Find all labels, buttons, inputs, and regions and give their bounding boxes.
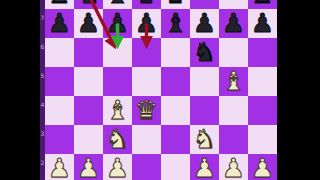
square-b2[interactable]: ♟ [74, 154, 103, 180]
piece-black-knight: ♞ [77, 0, 100, 9]
square-f6[interactable]: ♞ [190, 38, 219, 67]
square-c3[interactable]: ♞ [103, 125, 132, 154]
square-f8[interactable] [190, 0, 219, 9]
square-b3[interactable] [74, 125, 103, 154]
piece-white-pawn: ♟ [222, 154, 245, 180]
square-e2[interactable] [161, 154, 190, 180]
square-f3[interactable]: ♞ [190, 125, 219, 154]
square-g4[interactable] [219, 96, 248, 125]
piece-black-king: ♚ [164, 0, 187, 9]
piece-black-queen: ♛ [135, 0, 158, 9]
square-e8[interactable]: ♚ [161, 0, 190, 9]
square-g2[interactable]: ♟ [219, 154, 248, 180]
square-h8[interactable]: ♜ [248, 0, 277, 9]
piece-white-pawn: ♟ [106, 154, 129, 180]
square-e7[interactable]: ♝ [161, 9, 190, 38]
piece-black-rook: ♜ [251, 0, 274, 9]
piece-white-queen: ♛ [135, 96, 158, 125]
square-g3[interactable] [219, 125, 248, 154]
square-h3[interactable] [248, 125, 277, 154]
piece-black-pawn: ♟ [106, 9, 129, 38]
square-f2[interactable]: ♟ [190, 154, 219, 180]
piece-black-pawn: ♟ [48, 9, 71, 38]
square-h5[interactable] [248, 67, 277, 96]
square-c2[interactable]: ♟ [103, 154, 132, 180]
square-e6[interactable] [161, 38, 190, 67]
rank-label-3: 3 [40, 131, 45, 137]
piece-black-pawn: ♟ [222, 9, 245, 38]
square-d2[interactable] [132, 154, 161, 180]
rank-label-7: 7 [40, 15, 45, 21]
square-c6[interactable] [103, 38, 132, 67]
square-e3[interactable] [161, 125, 190, 154]
video-frame: 765432 ♜♞♝♛♚♜♟♟♟♟♝♟♟♟♞♝♝♛♞♞♟♟♟♟♟♟♜♚♜ [0, 0, 320, 180]
square-f5[interactable] [190, 67, 219, 96]
square-d3[interactable] [132, 125, 161, 154]
square-a8[interactable]: ♜ [45, 0, 74, 9]
square-h7[interactable]: ♟ [248, 9, 277, 38]
square-d7[interactable]: ♟ [132, 9, 161, 38]
rank-label-6: 6 [40, 44, 45, 50]
piece-black-rook: ♜ [48, 0, 71, 9]
square-c4[interactable]: ♝ [103, 96, 132, 125]
square-b8[interactable]: ♞ [74, 0, 103, 9]
square-c8[interactable]: ♝ [103, 0, 132, 9]
piece-white-bishop: ♝ [106, 96, 129, 125]
square-h6[interactable] [248, 38, 277, 67]
rank-coordinates: 765432 [40, 0, 45, 180]
square-b6[interactable] [74, 38, 103, 67]
square-a2[interactable]: ♟ [45, 154, 74, 180]
piece-black-bishop: ♝ [106, 0, 129, 9]
piece-black-pawn: ♟ [193, 9, 216, 38]
piece-white-pawn: ♟ [193, 154, 216, 180]
square-c7[interactable]: ♟ [103, 9, 132, 38]
square-d4[interactable]: ♛ [132, 96, 161, 125]
square-a3[interactable] [45, 125, 74, 154]
piece-white-pawn: ♟ [48, 154, 71, 180]
piece-black-knight: ♞ [193, 38, 216, 67]
square-b5[interactable] [74, 67, 103, 96]
square-g8[interactable] [219, 0, 248, 9]
chess-board: ♜♞♝♛♚♜♟♟♟♟♝♟♟♟♞♝♝♛♞♞♟♟♟♟♟♟♜♚♜ [45, 0, 277, 180]
square-g5[interactable]: ♝ [219, 67, 248, 96]
square-g7[interactable]: ♟ [219, 9, 248, 38]
rank-label-4: 4 [40, 102, 45, 108]
piece-white-knight: ♞ [106, 125, 129, 154]
square-d5[interactable] [132, 67, 161, 96]
rank-label-5: 5 [40, 73, 45, 79]
square-a5[interactable] [45, 67, 74, 96]
square-h4[interactable] [248, 96, 277, 125]
square-a4[interactable] [45, 96, 74, 125]
square-b7[interactable]: ♟ [74, 9, 103, 38]
rank-label-2: 2 [40, 160, 45, 166]
square-d6[interactable] [132, 38, 161, 67]
piece-white-knight: ♞ [193, 125, 216, 154]
square-d8[interactable]: ♛ [132, 0, 161, 9]
piece-black-pawn: ♟ [135, 9, 158, 38]
piece-black-pawn: ♟ [251, 9, 274, 38]
square-g6[interactable] [219, 38, 248, 67]
piece-black-pawn: ♟ [77, 9, 100, 38]
piece-white-pawn: ♟ [77, 154, 100, 180]
piece-white-pawn: ♟ [251, 154, 274, 180]
square-e4[interactable] [161, 96, 190, 125]
square-c5[interactable] [103, 67, 132, 96]
piece-black-bishop: ♝ [164, 9, 187, 38]
square-f4[interactable] [190, 96, 219, 125]
piece-white-bishop: ♝ [222, 67, 245, 96]
square-f7[interactable]: ♟ [190, 9, 219, 38]
square-e5[interactable] [161, 67, 190, 96]
square-a6[interactable] [45, 38, 74, 67]
square-h2[interactable]: ♟ [248, 154, 277, 180]
square-b4[interactable] [74, 96, 103, 125]
square-a7[interactable]: ♟ [45, 9, 74, 38]
